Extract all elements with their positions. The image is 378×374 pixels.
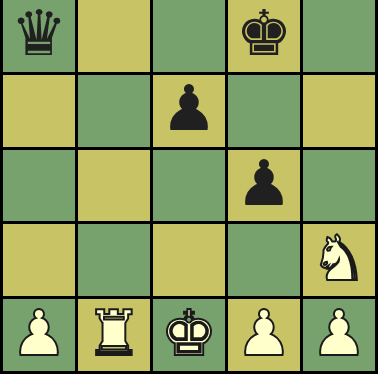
- square-e3[interactable]: [78, 224, 150, 296]
- square-h5[interactable]: [303, 75, 375, 147]
- chess-board: ♛♚♟♟♞♟♜♚♟♟: [0, 0, 378, 374]
- square-f5[interactable]: ♟: [153, 75, 225, 147]
- square-g2[interactable]: ♟: [228, 299, 300, 371]
- square-d3[interactable]: [3, 224, 75, 296]
- square-e5[interactable]: [78, 75, 150, 147]
- square-g4[interactable]: ♟: [228, 150, 300, 222]
- square-h3[interactable]: ♞: [303, 224, 375, 296]
- square-h2[interactable]: ♟: [303, 299, 375, 371]
- white-pawn[interactable]: ♟: [311, 302, 367, 365]
- square-g3[interactable]: [228, 224, 300, 296]
- square-f3[interactable]: [153, 224, 225, 296]
- white-pawn[interactable]: ♟: [236, 302, 292, 365]
- square-f6[interactable]: [153, 0, 225, 72]
- square-d4[interactable]: [3, 150, 75, 222]
- square-h6[interactable]: [303, 0, 375, 72]
- square-g6[interactable]: ♚: [228, 0, 300, 72]
- square-f2[interactable]: ♚: [153, 299, 225, 371]
- black-pawn[interactable]: ♟: [236, 152, 292, 215]
- square-e2[interactable]: ♜: [78, 299, 150, 371]
- square-d6[interactable]: ♛: [3, 0, 75, 72]
- black-pawn[interactable]: ♟: [161, 77, 217, 140]
- square-d5[interactable]: [3, 75, 75, 147]
- white-king[interactable]: ♚: [161, 302, 217, 365]
- white-knight[interactable]: ♞: [311, 227, 367, 290]
- square-e6[interactable]: [78, 0, 150, 72]
- black-king[interactable]: ♚: [236, 2, 292, 65]
- square-h4[interactable]: [303, 150, 375, 222]
- square-d2[interactable]: ♟: [3, 299, 75, 371]
- white-pawn[interactable]: ♟: [11, 302, 67, 365]
- square-f4[interactable]: [153, 150, 225, 222]
- square-g5[interactable]: [228, 75, 300, 147]
- white-rook[interactable]: ♜: [86, 302, 142, 365]
- black-queen[interactable]: ♛: [11, 2, 67, 65]
- square-e4[interactable]: [78, 150, 150, 222]
